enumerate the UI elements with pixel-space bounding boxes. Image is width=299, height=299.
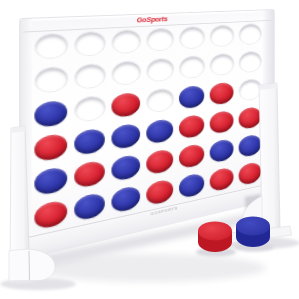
cell-r2c5[interactable]	[176, 51, 207, 83]
red-disc	[239, 161, 261, 186]
cell-r1c7[interactable]	[236, 19, 263, 48]
product-photo: GoSports GOSPORTS	[0, 0, 299, 299]
red-disc	[210, 110, 234, 134]
empty-hole	[178, 26, 204, 50]
cell-r2c7[interactable]	[236, 47, 263, 77]
empty-hole	[209, 24, 234, 47]
cell-r1c1[interactable]	[31, 28, 71, 64]
blue-disc	[146, 118, 173, 144]
blue-disc	[34, 165, 67, 195]
empty-hole	[238, 23, 261, 45]
empty-hole	[178, 55, 204, 80]
cell-r3c3[interactable]	[108, 87, 143, 123]
cell-r1c5[interactable]	[176, 22, 207, 53]
cell-r3c4[interactable]	[143, 83, 176, 117]
cell-r3c5[interactable]	[176, 80, 207, 113]
cell-r1c6[interactable]	[207, 21, 236, 51]
blue-disc	[111, 153, 140, 181]
red-disc	[34, 199, 67, 230]
red-disc	[74, 159, 105, 188]
empty-hole	[74, 63, 106, 90]
blue-disc	[179, 84, 204, 108]
red-disc	[179, 114, 204, 139]
blue-disc	[74, 127, 105, 155]
empty-hole	[209, 53, 234, 77]
empty-hole	[238, 78, 261, 102]
blue-disc	[111, 122, 140, 149]
empty-hole	[111, 60, 141, 86]
board-right-rail	[263, 10, 274, 202]
empty-hole	[74, 95, 106, 123]
blue-spare-puck-side	[236, 226, 270, 247]
cell-r2c4[interactable]	[143, 53, 176, 86]
empty-hole	[34, 32, 68, 60]
cell-r1c4[interactable]	[143, 23, 176, 55]
red-disc	[111, 91, 140, 117]
blue-disc	[74, 191, 105, 221]
cell-r3c2[interactable]	[71, 90, 108, 127]
red-disc	[179, 143, 204, 169]
red-disc	[34, 132, 67, 161]
red-disc	[146, 148, 173, 175]
red-disc	[239, 106, 261, 130]
blue-disc	[34, 99, 67, 127]
empty-hole	[238, 50, 261, 73]
blue-disc	[210, 138, 234, 163]
blue-puck-shadow	[234, 243, 274, 252]
cell-r2c1[interactable]	[31, 61, 71, 98]
cell-r2c6[interactable]	[207, 49, 236, 80]
blue-disc	[179, 172, 204, 199]
blue-disc	[239, 133, 261, 157]
board-grid[interactable]: GoSports GOSPORTS	[31, 19, 264, 235]
blue-disc	[111, 184, 140, 213]
left-foot-shadow	[0, 278, 76, 290]
cell-r1c2[interactable]	[71, 27, 108, 62]
right-foot-base	[229, 226, 292, 243]
empty-hole	[146, 57, 174, 83]
cell-r2c2[interactable]	[71, 59, 108, 95]
red-disc	[210, 81, 234, 105]
cell-r3c6[interactable]	[207, 77, 236, 109]
red-spare-puck-top	[198, 222, 232, 241]
cell-r3c1[interactable]	[31, 94, 71, 132]
ground-shadow	[30, 254, 266, 282]
right-foot-shadow	[216, 237, 299, 249]
red-puck-shadow	[196, 248, 236, 257]
cell-r2c3[interactable]	[108, 56, 143, 91]
empty-hole	[74, 31, 106, 58]
blue-spare-puck-top	[236, 217, 270, 236]
red-spare-puck-side	[198, 231, 232, 252]
cell-r1c3[interactable]	[108, 25, 143, 59]
empty-hole	[34, 66, 68, 95]
empty-hole	[111, 29, 141, 55]
cell-r3c7[interactable]	[236, 74, 263, 105]
red-disc	[210, 166, 234, 192]
empty-hole	[146, 87, 174, 113]
red-disc	[146, 178, 173, 206]
left-foot-underside	[9, 281, 40, 284]
empty-hole	[146, 27, 174, 52]
